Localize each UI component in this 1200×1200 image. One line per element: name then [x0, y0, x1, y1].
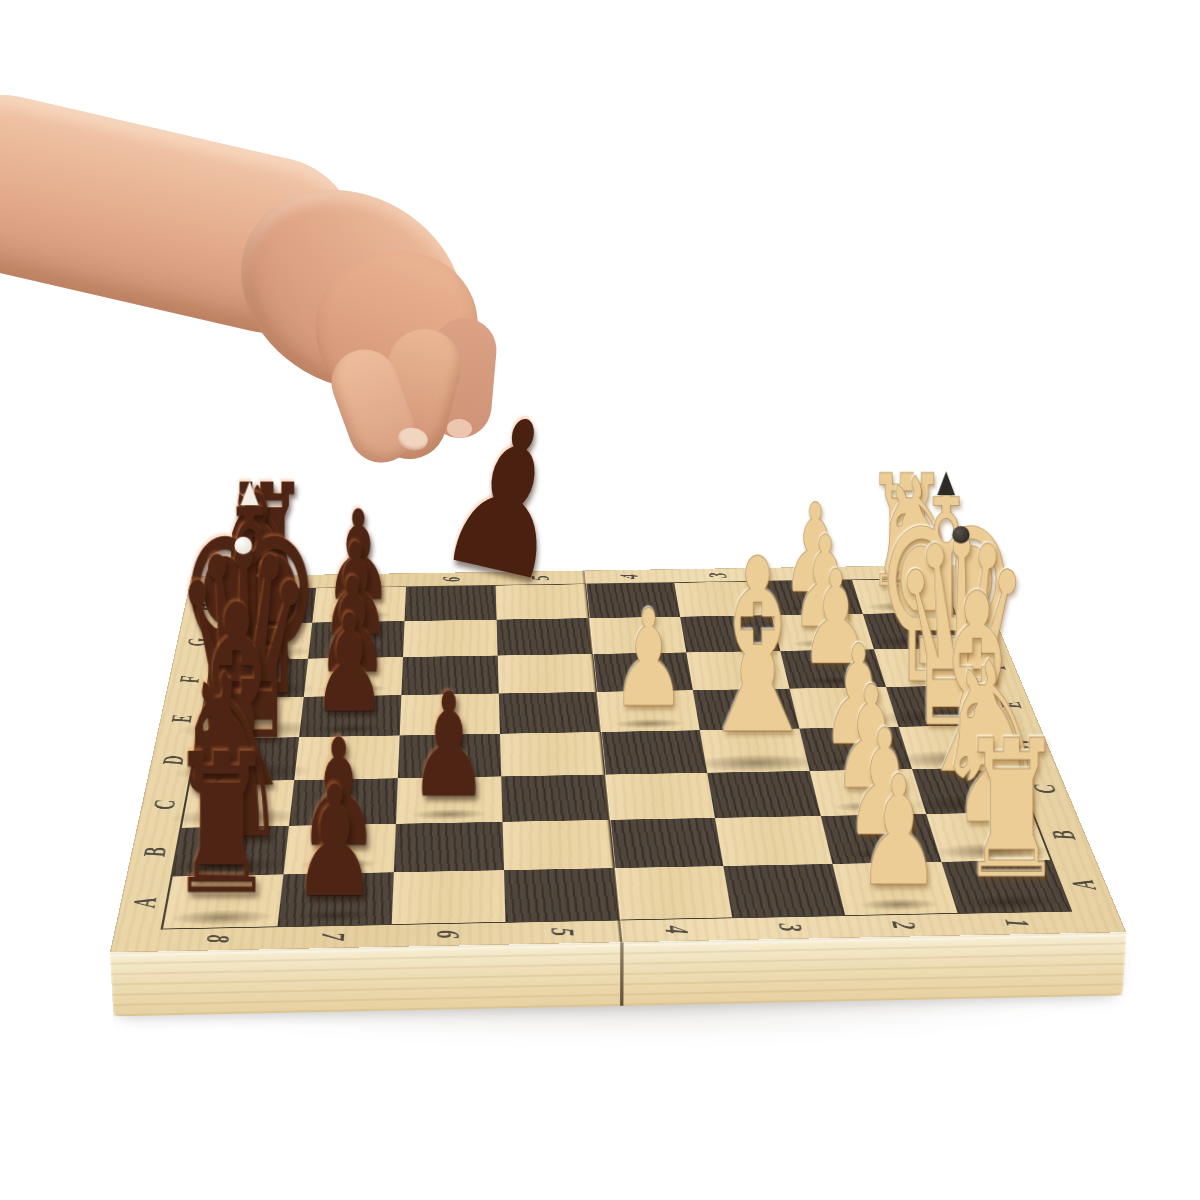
piece-glyph: ♟ — [857, 758, 941, 907]
held-pawn-glyph: ♟ — [427, 384, 573, 608]
photo-stage: 8765432187654321ABCDEFGHABCDEFGH ♜♟♟♜♞♟♟… — [0, 0, 1200, 1200]
held-black-pawn: ♟ — [408, 392, 568, 602]
scene: 8765432187654321ABCDEFGHABCDEFGH ♜♟♟♜♞♟♟… — [0, 0, 1200, 1200]
box-front-seam — [619, 942, 623, 1006]
pieces-layer: ♜♟♟♜♞♟♟♞♟♟♝♚♟♟♚♛♟♝♛♝♟♟♝♞♟♟♞♜♟♟♜ — [110, 565, 1126, 953]
piece-glyph: ♜ — [168, 731, 275, 920]
white-pawn-a2: ♟ — [730, 569, 1068, 907]
black-rook-a8: ♜ — [51, 579, 392, 920]
board-top-face: 8765432187654321ABCDEFGHABCDEFGH ♜♟♟♜♞♟♟… — [110, 565, 1126, 953]
chess-board: 8765432187654321ABCDEFGHABCDEFGH ♜♟♟♜♞♟♟… — [110, 565, 1126, 953]
